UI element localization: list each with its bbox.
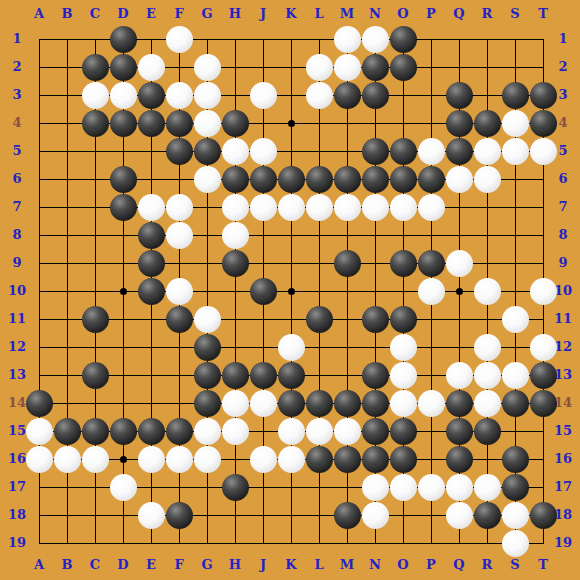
black-stone-F11[interactable]: [166, 306, 193, 333]
point-C9[interactable]: [81, 249, 109, 277]
black-stone-Q16[interactable]: [446, 446, 473, 473]
point-L13[interactable]: [305, 361, 333, 389]
point-E19[interactable]: [137, 529, 165, 557]
white-stone-D3[interactable]: [110, 82, 137, 109]
black-stone-R15[interactable]: [474, 418, 501, 445]
point-E1[interactable]: [137, 25, 165, 53]
point-T19[interactable]: [529, 529, 557, 557]
white-stone-F3[interactable]: [166, 82, 193, 109]
white-stone-J5[interactable]: [250, 138, 277, 165]
black-stone-M18[interactable]: [334, 502, 361, 529]
point-Q12[interactable]: [445, 333, 473, 361]
point-C10[interactable]: [81, 277, 109, 305]
black-stone-C13[interactable]: [82, 362, 109, 389]
point-G17[interactable]: [193, 473, 221, 501]
point-G10[interactable]: [193, 277, 221, 305]
white-stone-P7[interactable]: [418, 194, 445, 221]
point-P19[interactable]: [417, 529, 445, 557]
white-stone-J16[interactable]: [250, 446, 277, 473]
black-stone-K6[interactable]: [278, 166, 305, 193]
black-stone-N6[interactable]: [362, 166, 389, 193]
black-stone-G13[interactable]: [194, 362, 221, 389]
point-J8[interactable]: [249, 221, 277, 249]
white-stone-R14[interactable]: [474, 390, 501, 417]
point-L5[interactable]: [305, 137, 333, 165]
point-K11[interactable]: [277, 305, 305, 333]
point-B1[interactable]: [53, 25, 81, 53]
point-T9[interactable]: [529, 249, 557, 277]
point-G19[interactable]: [193, 529, 221, 557]
black-stone-Q15[interactable]: [446, 418, 473, 445]
point-L19[interactable]: [305, 529, 333, 557]
white-stone-Q13[interactable]: [446, 362, 473, 389]
white-stone-H15[interactable]: [222, 418, 249, 445]
white-stone-G6[interactable]: [194, 166, 221, 193]
point-G9[interactable]: [193, 249, 221, 277]
point-L17[interactable]: [305, 473, 333, 501]
black-stone-T13[interactable]: [530, 362, 557, 389]
point-A10[interactable]: [25, 277, 53, 305]
white-stone-D17[interactable]: [110, 474, 137, 501]
black-stone-D7[interactable]: [110, 194, 137, 221]
point-A13[interactable]: [25, 361, 53, 389]
white-stone-H5[interactable]: [222, 138, 249, 165]
point-J18[interactable]: [249, 501, 277, 529]
point-T6[interactable]: [529, 165, 557, 193]
point-Q2[interactable]: [445, 53, 473, 81]
point-K1[interactable]: [277, 25, 305, 53]
point-L1[interactable]: [305, 25, 333, 53]
point-T11[interactable]: [529, 305, 557, 333]
point-O19[interactable]: [389, 529, 417, 557]
white-stone-K15[interactable]: [278, 418, 305, 445]
black-stone-F18[interactable]: [166, 502, 193, 529]
point-C7[interactable]: [81, 193, 109, 221]
point-O3[interactable]: [389, 81, 417, 109]
point-J17[interactable]: [249, 473, 277, 501]
black-stone-O11[interactable]: [390, 306, 417, 333]
point-P16[interactable]: [417, 445, 445, 473]
black-stone-P9[interactable]: [418, 250, 445, 277]
black-stone-Q3[interactable]: [446, 82, 473, 109]
black-stone-C15[interactable]: [82, 418, 109, 445]
white-stone-G15[interactable]: [194, 418, 221, 445]
point-F17[interactable]: [165, 473, 193, 501]
white-stone-S13[interactable]: [502, 362, 529, 389]
white-stone-F7[interactable]: [166, 194, 193, 221]
black-stone-S17[interactable]: [502, 474, 529, 501]
point-P18[interactable]: [417, 501, 445, 529]
white-stone-T10[interactable]: [530, 278, 557, 305]
white-stone-N17[interactable]: [362, 474, 389, 501]
point-D19[interactable]: [109, 529, 137, 557]
white-stone-L2[interactable]: [306, 54, 333, 81]
black-stone-A14[interactable]: [26, 390, 53, 417]
white-stone-S5[interactable]: [502, 138, 529, 165]
point-L4[interactable]: [305, 109, 333, 137]
black-stone-D4[interactable]: [110, 110, 137, 137]
point-Q19[interactable]: [445, 529, 473, 557]
point-M17[interactable]: [333, 473, 361, 501]
white-stone-T5[interactable]: [530, 138, 557, 165]
point-K19[interactable]: [277, 529, 305, 557]
white-stone-E18[interactable]: [138, 502, 165, 529]
point-D14[interactable]: [109, 389, 137, 417]
black-stone-J10[interactable]: [250, 278, 277, 305]
point-K4[interactable]: [277, 109, 305, 137]
point-J11[interactable]: [249, 305, 277, 333]
point-B6[interactable]: [53, 165, 81, 193]
black-stone-H13[interactable]: [222, 362, 249, 389]
black-stone-O1[interactable]: [390, 26, 417, 53]
point-P13[interactable]: [417, 361, 445, 389]
white-stone-H8[interactable]: [222, 222, 249, 249]
point-P15[interactable]: [417, 417, 445, 445]
black-stone-N15[interactable]: [362, 418, 389, 445]
black-stone-N16[interactable]: [362, 446, 389, 473]
white-stone-Q9[interactable]: [446, 250, 473, 277]
point-P1[interactable]: [417, 25, 445, 53]
white-stone-G16[interactable]: [194, 446, 221, 473]
point-D8[interactable]: [109, 221, 137, 249]
point-D5[interactable]: [109, 137, 137, 165]
black-stone-N13[interactable]: [362, 362, 389, 389]
black-stone-N14[interactable]: [362, 390, 389, 417]
point-H1[interactable]: [221, 25, 249, 53]
black-stone-D2[interactable]: [110, 54, 137, 81]
black-stone-S16[interactable]: [502, 446, 529, 473]
white-stone-P5[interactable]: [418, 138, 445, 165]
point-M11[interactable]: [333, 305, 361, 333]
white-stone-O14[interactable]: [390, 390, 417, 417]
point-H19[interactable]: [221, 529, 249, 557]
white-stone-R6[interactable]: [474, 166, 501, 193]
white-stone-Q6[interactable]: [446, 166, 473, 193]
white-stone-G2[interactable]: [194, 54, 221, 81]
point-Q10[interactable]: [445, 277, 473, 305]
point-O18[interactable]: [389, 501, 417, 529]
point-G1[interactable]: [193, 25, 221, 53]
point-J15[interactable]: [249, 417, 277, 445]
point-T1[interactable]: [529, 25, 557, 53]
white-stone-R5[interactable]: [474, 138, 501, 165]
point-B8[interactable]: [53, 221, 81, 249]
black-stone-M14[interactable]: [334, 390, 361, 417]
black-stone-G5[interactable]: [194, 138, 221, 165]
point-M19[interactable]: [333, 529, 361, 557]
black-stone-D6[interactable]: [110, 166, 137, 193]
black-stone-E3[interactable]: [138, 82, 165, 109]
white-stone-F8[interactable]: [166, 222, 193, 249]
point-M5[interactable]: [333, 137, 361, 165]
point-R19[interactable]: [473, 529, 501, 557]
black-stone-D1[interactable]: [110, 26, 137, 53]
point-Q11[interactable]: [445, 305, 473, 333]
white-stone-K16[interactable]: [278, 446, 305, 473]
white-stone-R10[interactable]: [474, 278, 501, 305]
black-stone-O16[interactable]: [390, 446, 417, 473]
black-stone-L11[interactable]: [306, 306, 333, 333]
white-stone-O7[interactable]: [390, 194, 417, 221]
white-stone-P17[interactable]: [418, 474, 445, 501]
black-stone-O2[interactable]: [390, 54, 417, 81]
black-stone-N2[interactable]: [362, 54, 389, 81]
point-S15[interactable]: [501, 417, 529, 445]
point-J2[interactable]: [249, 53, 277, 81]
white-stone-L3[interactable]: [306, 82, 333, 109]
point-A19[interactable]: [25, 529, 53, 557]
point-O10[interactable]: [389, 277, 417, 305]
black-stone-Q4[interactable]: [446, 110, 473, 137]
point-B14[interactable]: [53, 389, 81, 417]
point-H3[interactable]: [221, 81, 249, 109]
point-L8[interactable]: [305, 221, 333, 249]
point-D13[interactable]: [109, 361, 137, 389]
point-K2[interactable]: [277, 53, 305, 81]
black-stone-D15[interactable]: [110, 418, 137, 445]
white-stone-L7[interactable]: [306, 194, 333, 221]
black-stone-L6[interactable]: [306, 166, 333, 193]
point-S10[interactable]: [501, 277, 529, 305]
point-S7[interactable]: [501, 193, 529, 221]
point-D16[interactable]: [109, 445, 137, 473]
point-A9[interactable]: [25, 249, 53, 277]
point-G8[interactable]: [193, 221, 221, 249]
white-stone-E16[interactable]: [138, 446, 165, 473]
black-stone-M3[interactable]: [334, 82, 361, 109]
point-A3[interactable]: [25, 81, 53, 109]
black-stone-C4[interactable]: [82, 110, 109, 137]
white-stone-J3[interactable]: [250, 82, 277, 109]
point-P11[interactable]: [417, 305, 445, 333]
point-S8[interactable]: [501, 221, 529, 249]
white-stone-M7[interactable]: [334, 194, 361, 221]
black-stone-T18[interactable]: [530, 502, 557, 529]
point-K18[interactable]: [277, 501, 305, 529]
white-stone-T12[interactable]: [530, 334, 557, 361]
point-D12[interactable]: [109, 333, 137, 361]
point-J19[interactable]: [249, 529, 277, 557]
black-stone-M6[interactable]: [334, 166, 361, 193]
point-S2[interactable]: [501, 53, 529, 81]
point-E11[interactable]: [137, 305, 165, 333]
point-F19[interactable]: [165, 529, 193, 557]
black-stone-M9[interactable]: [334, 250, 361, 277]
point-S1[interactable]: [501, 25, 529, 53]
point-M13[interactable]: [333, 361, 361, 389]
point-F13[interactable]: [165, 361, 193, 389]
point-N8[interactable]: [361, 221, 389, 249]
black-stone-J13[interactable]: [250, 362, 277, 389]
point-Q8[interactable]: [445, 221, 473, 249]
white-stone-H14[interactable]: [222, 390, 249, 417]
black-stone-N5[interactable]: [362, 138, 389, 165]
point-B4[interactable]: [53, 109, 81, 137]
point-S6[interactable]: [501, 165, 529, 193]
white-stone-L15[interactable]: [306, 418, 333, 445]
black-stone-O5[interactable]: [390, 138, 417, 165]
black-stone-E10[interactable]: [138, 278, 165, 305]
point-A7[interactable]: [25, 193, 53, 221]
black-stone-L14[interactable]: [306, 390, 333, 417]
point-B3[interactable]: [53, 81, 81, 109]
point-B17[interactable]: [53, 473, 81, 501]
point-H16[interactable]: [221, 445, 249, 473]
point-N12[interactable]: [361, 333, 389, 361]
point-A17[interactable]: [25, 473, 53, 501]
point-E13[interactable]: [137, 361, 165, 389]
point-T16[interactable]: [529, 445, 557, 473]
point-R3[interactable]: [473, 81, 501, 109]
point-B13[interactable]: [53, 361, 81, 389]
black-stone-R4[interactable]: [474, 110, 501, 137]
point-N9[interactable]: [361, 249, 389, 277]
point-L10[interactable]: [305, 277, 333, 305]
black-stone-H4[interactable]: [222, 110, 249, 137]
point-C12[interactable]: [81, 333, 109, 361]
point-P8[interactable]: [417, 221, 445, 249]
point-E5[interactable]: [137, 137, 165, 165]
point-N10[interactable]: [361, 277, 389, 305]
point-F12[interactable]: [165, 333, 193, 361]
point-T15[interactable]: [529, 417, 557, 445]
point-O4[interactable]: [389, 109, 417, 137]
white-stone-A15[interactable]: [26, 418, 53, 445]
black-stone-S14[interactable]: [502, 390, 529, 417]
point-D10[interactable]: [109, 277, 137, 305]
point-R9[interactable]: [473, 249, 501, 277]
point-J1[interactable]: [249, 25, 277, 53]
white-stone-F16[interactable]: [166, 446, 193, 473]
point-M4[interactable]: [333, 109, 361, 137]
black-stone-F4[interactable]: [166, 110, 193, 137]
white-stone-S19[interactable]: [502, 530, 529, 557]
white-stone-C16[interactable]: [82, 446, 109, 473]
point-E17[interactable]: [137, 473, 165, 501]
white-stone-G4[interactable]: [194, 110, 221, 137]
point-H11[interactable]: [221, 305, 249, 333]
point-K5[interactable]: [277, 137, 305, 165]
white-stone-S4[interactable]: [502, 110, 529, 137]
point-N4[interactable]: [361, 109, 389, 137]
point-C6[interactable]: [81, 165, 109, 193]
point-E6[interactable]: [137, 165, 165, 193]
point-C5[interactable]: [81, 137, 109, 165]
point-G7[interactable]: [193, 193, 221, 221]
point-J12[interactable]: [249, 333, 277, 361]
white-stone-F1[interactable]: [166, 26, 193, 53]
point-M12[interactable]: [333, 333, 361, 361]
white-stone-A16[interactable]: [26, 446, 53, 473]
point-C14[interactable]: [81, 389, 109, 417]
point-K8[interactable]: [277, 221, 305, 249]
black-stone-Q14[interactable]: [446, 390, 473, 417]
black-stone-E4[interactable]: [138, 110, 165, 137]
white-stone-R13[interactable]: [474, 362, 501, 389]
point-C19[interactable]: [81, 529, 109, 557]
point-B9[interactable]: [53, 249, 81, 277]
black-stone-L16[interactable]: [306, 446, 333, 473]
black-stone-B15[interactable]: [54, 418, 81, 445]
black-stone-T14[interactable]: [530, 390, 557, 417]
point-P2[interactable]: [417, 53, 445, 81]
point-F14[interactable]: [165, 389, 193, 417]
white-stone-N18[interactable]: [362, 502, 389, 529]
point-A18[interactable]: [25, 501, 53, 529]
point-S9[interactable]: [501, 249, 529, 277]
black-stone-N11[interactable]: [362, 306, 389, 333]
black-stone-J6[interactable]: [250, 166, 277, 193]
white-stone-R17[interactable]: [474, 474, 501, 501]
white-stone-O13[interactable]: [390, 362, 417, 389]
white-stone-F10[interactable]: [166, 278, 193, 305]
black-stone-E9[interactable]: [138, 250, 165, 277]
point-B10[interactable]: [53, 277, 81, 305]
point-S12[interactable]: [501, 333, 529, 361]
point-G18[interactable]: [193, 501, 221, 529]
black-stone-O9[interactable]: [390, 250, 417, 277]
black-stone-H17[interactable]: [222, 474, 249, 501]
white-stone-M15[interactable]: [334, 418, 361, 445]
white-stone-S11[interactable]: [502, 306, 529, 333]
point-R1[interactable]: [473, 25, 501, 53]
point-F9[interactable]: [165, 249, 193, 277]
black-stone-E15[interactable]: [138, 418, 165, 445]
white-stone-C3[interactable]: [82, 82, 109, 109]
white-stone-M1[interactable]: [334, 26, 361, 53]
white-stone-N7[interactable]: [362, 194, 389, 221]
black-stone-K14[interactable]: [278, 390, 305, 417]
point-J9[interactable]: [249, 249, 277, 277]
white-stone-K12[interactable]: [278, 334, 305, 361]
white-stone-R12[interactable]: [474, 334, 501, 361]
point-A2[interactable]: [25, 53, 53, 81]
point-D9[interactable]: [109, 249, 137, 277]
white-stone-M2[interactable]: [334, 54, 361, 81]
point-B7[interactable]: [53, 193, 81, 221]
point-B2[interactable]: [53, 53, 81, 81]
point-K3[interactable]: [277, 81, 305, 109]
point-O8[interactable]: [389, 221, 417, 249]
point-B18[interactable]: [53, 501, 81, 529]
point-F2[interactable]: [165, 53, 193, 81]
black-stone-R18[interactable]: [474, 502, 501, 529]
black-stone-F15[interactable]: [166, 418, 193, 445]
black-stone-O6[interactable]: [390, 166, 417, 193]
point-E14[interactable]: [137, 389, 165, 417]
point-R7[interactable]: [473, 193, 501, 221]
point-C8[interactable]: [81, 221, 109, 249]
white-stone-Q17[interactable]: [446, 474, 473, 501]
white-stone-K7[interactable]: [278, 194, 305, 221]
point-D18[interactable]: [109, 501, 137, 529]
point-A11[interactable]: [25, 305, 53, 333]
point-P3[interactable]: [417, 81, 445, 109]
point-L18[interactable]: [305, 501, 333, 529]
point-J4[interactable]: [249, 109, 277, 137]
white-stone-G3[interactable]: [194, 82, 221, 109]
black-stone-H6[interactable]: [222, 166, 249, 193]
point-K9[interactable]: [277, 249, 305, 277]
point-T7[interactable]: [529, 193, 557, 221]
white-stone-P14[interactable]: [418, 390, 445, 417]
black-stone-N3[interactable]: [362, 82, 389, 109]
point-T2[interactable]: [529, 53, 557, 81]
point-A4[interactable]: [25, 109, 53, 137]
white-stone-S18[interactable]: [502, 502, 529, 529]
white-stone-G11[interactable]: [194, 306, 221, 333]
point-Q1[interactable]: [445, 25, 473, 53]
